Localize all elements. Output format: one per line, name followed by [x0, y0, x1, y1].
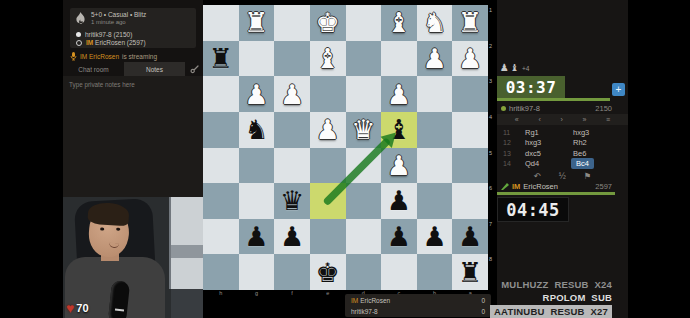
window-blind — [171, 245, 203, 258]
opponent-rating: 2150 — [595, 104, 612, 113]
square-c2[interactable] — [381, 41, 417, 77]
square-b5[interactable] — [417, 148, 453, 184]
black-move-Rh2[interactable]: Rh2 — [571, 138, 619, 147]
black-move-Be6[interactable]: Be6 — [571, 149, 619, 158]
rank-coordinates: 12345678 — [489, 5, 497, 290]
square-a5[interactable] — [452, 148, 488, 184]
square-b1[interactable]: ♞ — [417, 5, 453, 41]
white-bishop-c1[interactable]: ♝ — [387, 9, 411, 36]
first-move-button[interactable]: « — [515, 116, 519, 123]
black-pawn-a7[interactable]: ♟ — [458, 223, 482, 250]
square-d1[interactable] — [346, 5, 382, 41]
square-b2[interactable]: ♟ — [417, 41, 453, 77]
square-h5[interactable] — [203, 148, 239, 184]
square-e5[interactable] — [310, 148, 346, 184]
square-g7[interactable]: ♟ — [239, 219, 275, 255]
square-e1[interactable]: ♚ — [310, 5, 346, 41]
online-indicator — [501, 106, 506, 111]
opponent-clock-bar — [497, 98, 610, 101]
square-g4[interactable]: ♞ — [239, 112, 275, 148]
white-rook-a1[interactable]: ♜ — [458, 9, 482, 36]
move-list[interactable]: 11Rg1hxg312hxg3Rh213dxc5Be614Qd4Bc4 — [497, 127, 628, 169]
black-pawn-b7[interactable]: ♟ — [422, 223, 446, 250]
player-clock: 04:45 — [497, 197, 569, 222]
square-h6[interactable] — [203, 183, 239, 219]
opponent-clock: 03:37 — [497, 76, 565, 98]
white-move-Rg1[interactable]: Rg1 — [523, 128, 571, 137]
white-pawn-g3[interactable]: ♟ — [244, 81, 268, 108]
move-row-12: 12hxg3Rh2 — [497, 138, 628, 149]
square-a3[interactable] — [452, 76, 488, 112]
square-a6[interactable] — [452, 183, 488, 219]
sub-alert: MULHUZZ RESUB X24 — [380, 279, 612, 290]
square-h2[interactable]: ♜ — [203, 41, 239, 77]
player-rating: 2597 — [595, 182, 612, 191]
move-number: 14 — [497, 160, 523, 167]
captured-pawn-icon: ♟ — [500, 63, 509, 73]
time-control-label: 5+0 • Casual • Blitz — [91, 11, 146, 18]
material-advantage: ♟ ♝ +4 — [500, 63, 529, 73]
square-e4[interactable]: ♟ — [310, 112, 346, 148]
wrench-icon — [190, 65, 199, 74]
notes-placeholder: Type private notes here — [69, 81, 135, 88]
square-d5[interactable] — [346, 148, 382, 184]
square-f8[interactable] — [274, 254, 310, 290]
square-c6[interactable]: ♟ — [381, 183, 417, 219]
give-time-button[interactable]: + — [612, 83, 625, 96]
square-e3[interactable] — [310, 76, 346, 112]
black-move-Bc4[interactable]: Bc4 — [571, 158, 594, 169]
white-pawn-e4[interactable]: ♟ — [316, 116, 340, 143]
draw-offer-button[interactable]: ½ — [559, 171, 566, 181]
square-d8[interactable] — [346, 254, 382, 290]
move-row-11: 11Rg1hxg3 — [497, 127, 628, 138]
rank-label-1: 1 — [489, 5, 497, 41]
white-color-icon — [76, 32, 81, 37]
square-g2[interactable] — [239, 41, 275, 77]
move-navigation[interactable]: «‹›»≡ — [497, 114, 628, 125]
white-king-e1[interactable]: ♚ — [316, 9, 340, 36]
heart-rate-widget: ♥ 70 — [66, 300, 89, 316]
square-b7[interactable]: ♟ — [417, 219, 453, 255]
rank-label-2: 2 — [489, 41, 497, 77]
square-g1[interactable]: ♜ — [239, 5, 275, 41]
rank-label-6: 6 — [489, 183, 497, 219]
move-number: 12 — [497, 139, 523, 146]
black-knight-g4[interactable]: ♞ — [244, 116, 268, 143]
white-move-dxc5[interactable]: dxc5 — [523, 149, 571, 158]
desk-microphone — [108, 280, 130, 318]
white-pawn-f3[interactable]: ♟ — [280, 81, 304, 108]
white-rook-g1[interactable]: ♜ — [244, 9, 268, 36]
rank-label-4: 4 — [489, 112, 497, 148]
subscriber-alerts: MULHUZZ RESUB X24RPOLOM SUBAATINUBU RESU… — [380, 279, 612, 318]
window-background — [169, 197, 203, 289]
square-h1[interactable] — [203, 5, 239, 41]
move-number: 11 — [497, 129, 523, 136]
black-pawn-g7[interactable]: ♟ — [244, 223, 268, 250]
black-bishop-c4[interactable]: ♝ — [387, 116, 411, 143]
opponent-name[interactable]: hritik97-8 — [509, 104, 540, 113]
square-c5[interactable]: ♟ — [381, 148, 417, 184]
next-move-button[interactable]: › — [560, 116, 562, 123]
file-label-e: e — [310, 290, 346, 298]
file-label-f: f — [274, 290, 310, 298]
square-h7[interactable] — [203, 219, 239, 255]
takeback-button[interactable]: ↶ — [534, 171, 541, 181]
black-pawn-c6[interactable]: ♟ — [387, 187, 411, 214]
prev-move-button[interactable]: ‹ — [538, 116, 540, 123]
square-h8[interactable] — [203, 254, 239, 290]
move-row-14: 14Qd4Bc4 — [497, 159, 628, 170]
material-advantage-value: +4 — [522, 65, 529, 72]
square-e7[interactable] — [310, 219, 346, 255]
square-f1[interactable] — [274, 5, 310, 41]
tab-notes[interactable]: Notes — [124, 62, 185, 76]
chat-settings-button[interactable] — [185, 62, 203, 76]
file-label-g: g — [239, 290, 275, 298]
streaming-suffix: is streaming — [122, 53, 157, 60]
square-a2[interactable]: ♟ — [452, 41, 488, 77]
square-e8[interactable]: ♚ — [310, 254, 346, 290]
square-f6[interactable]: ♛ — [274, 183, 310, 219]
square-c7[interactable]: ♟ — [381, 219, 417, 255]
score-player-title: IM — [351, 297, 358, 304]
square-d7[interactable] — [346, 219, 382, 255]
microphone-icon — [70, 52, 77, 61]
square-a4[interactable] — [452, 112, 488, 148]
white-move-hxg3[interactable]: hxg3 — [523, 138, 571, 147]
square-g3[interactable]: ♟ — [239, 76, 275, 112]
black-color-icon — [76, 40, 82, 46]
white-player-label[interactable]: hritik97-8 (2150) — [85, 31, 132, 38]
square-d3[interactable] — [346, 76, 382, 112]
left-sidebar: 5+0 • Casual • Blitz 1 minute ago hritik… — [63, 0, 203, 197]
white-pawn-c3[interactable]: ♟ — [387, 81, 411, 108]
heart-icon: ♥ — [66, 300, 74, 316]
white-knight-b1[interactable]: ♞ — [422, 9, 446, 36]
square-f7[interactable]: ♟ — [274, 219, 310, 255]
black-pawn-c7[interactable]: ♟ — [387, 223, 411, 250]
square-b6[interactable] — [417, 183, 453, 219]
heart-rate-value: 70 — [76, 302, 88, 314]
square-c4[interactable]: ♝ — [381, 112, 417, 148]
black-queen-f6[interactable]: ♛ — [280, 187, 304, 214]
square-d6[interactable] — [346, 183, 382, 219]
square-a7[interactable]: ♟ — [452, 219, 488, 255]
streamer-name[interactable]: IM EricRosen — [80, 53, 119, 60]
streaming-notice[interactable]: IM EricRosen is streaming — [70, 52, 157, 61]
notes-textarea[interactable]: Type private notes here — [63, 76, 203, 197]
white-bishop-e2[interactable]: ♝ — [316, 45, 340, 72]
chess-board[interactable]: ♜♚♝♞♜♜♝♟♟♟♟♟♞♟♛♝♟♛♟♟♟♟♟♟♚♜ — [203, 5, 488, 290]
streamer-badge-icon — [501, 182, 509, 190]
square-h3[interactable] — [203, 76, 239, 112]
square-f5[interactable] — [274, 148, 310, 184]
square-c3[interactable]: ♟ — [381, 76, 417, 112]
square-d2[interactable] — [346, 41, 382, 77]
resign-button[interactable]: ⚑ — [584, 171, 592, 181]
menu-button[interactable]: ≡ — [606, 116, 610, 123]
tab-chat-room[interactable]: Chat room — [63, 62, 124, 76]
square-f4[interactable] — [274, 112, 310, 148]
black-pawn-f7[interactable]: ♟ — [280, 223, 304, 250]
square-f2[interactable] — [274, 41, 310, 77]
square-b4[interactable] — [417, 112, 453, 148]
rank-label-3: 3 — [489, 76, 497, 112]
white-move-Qd4[interactable]: Qd4 — [523, 159, 571, 168]
wall-shadow — [171, 289, 203, 318]
square-g5[interactable] — [239, 148, 275, 184]
player-title: IM — [512, 182, 520, 191]
rank-label-7: 7 — [489, 219, 497, 255]
score-player-name: hritik97-8 — [351, 308, 378, 315]
square-g6[interactable] — [239, 183, 275, 219]
move-number: 13 — [497, 150, 523, 157]
white-queen-d4[interactable]: ♛ — [351, 116, 375, 143]
move-row-13: 13dxc5Be6 — [497, 148, 628, 159]
rank-label-5: 5 — [489, 148, 497, 184]
stream-frame: 5+0 • Casual • Blitz 1 minute ago hritik… — [0, 0, 690, 318]
square-d4[interactable]: ♛ — [346, 112, 382, 148]
captured-bishop-icon: ♝ — [510, 63, 519, 73]
square-b3[interactable] — [417, 76, 453, 112]
white-pawn-b2[interactable]: ♟ — [422, 45, 446, 72]
last-move-button[interactable]: » — [582, 116, 586, 123]
black-rook-h2[interactable]: ♜ — [209, 45, 233, 72]
black-player-label[interactable]: EricRosen (2597) — [95, 39, 146, 46]
file-label-h: h — [203, 290, 239, 298]
game-side-panel: ♟ ♝ +4 03:37 + hritik97-8 2150 «‹›»≡ 11R… — [497, 0, 628, 318]
square-e6[interactable] — [310, 183, 346, 219]
sub-alert: RPOLOM SUB — [380, 292, 612, 303]
square-a1[interactable]: ♜ — [452, 5, 488, 41]
player-name[interactable]: EricRosen — [523, 182, 558, 191]
black-move-hxg3[interactable]: hxg3 — [571, 128, 619, 137]
blitz-flame-icon — [75, 12, 86, 25]
black-player-title: IM — [86, 39, 93, 46]
square-h4[interactable] — [203, 112, 239, 148]
game-info-card: 5+0 • Casual • Blitz 1 minute ago hritik… — [70, 8, 196, 48]
game-age-label: 1 minute ago — [91, 19, 146, 25]
white-pawn-c5[interactable]: ♟ — [387, 152, 411, 179]
square-e2[interactable]: ♝ — [310, 41, 346, 77]
sub-alert: AATINUBU RESUB X27 — [380, 305, 612, 318]
white-pawn-a2[interactable]: ♟ — [458, 45, 482, 72]
square-g8[interactable] — [239, 254, 275, 290]
streamer-webcam: ♥ 70 — [63, 197, 203, 318]
square-f3[interactable]: ♟ — [274, 76, 310, 112]
black-king-e8[interactable]: ♚ — [316, 259, 340, 286]
player-clock-bar — [497, 192, 615, 195]
square-c1[interactable]: ♝ — [381, 5, 417, 41]
